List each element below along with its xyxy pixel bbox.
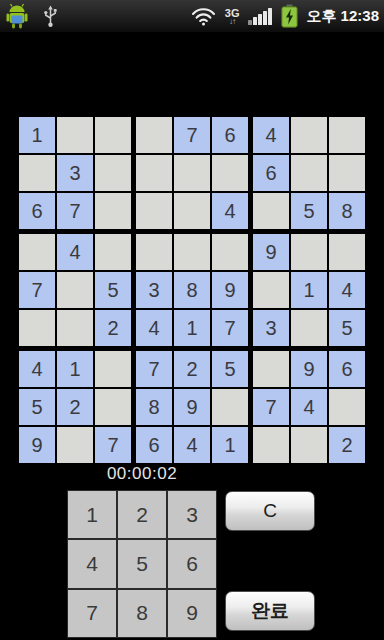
cell-r7c8[interactable]: 9 (291, 351, 327, 387)
cell-r3c1[interactable]: 6 (19, 193, 55, 229)
cell-r5c4[interactable]: 3 (136, 272, 172, 308)
sudoku-box-4: 4752 (19, 234, 131, 346)
usb-icon (43, 5, 58, 28)
cell-r3c2[interactable]: 7 (57, 193, 93, 229)
cell-r3c5[interactable] (174, 193, 210, 229)
sudoku-box-3: 4658 (253, 117, 365, 229)
cell-r7c6[interactable]: 5 (212, 351, 248, 387)
cell-r4c1[interactable] (19, 234, 55, 270)
cell-r5c8[interactable]: 1 (291, 272, 327, 308)
clear-button[interactable]: C (225, 491, 315, 531)
phone-screen: 3G ↓↑ 오후 12:38 1367764465847523894179143… (0, 0, 384, 640)
key-9[interactable]: 9 (168, 590, 216, 637)
cell-r4c6[interactable] (212, 234, 248, 270)
sudoku-box-1: 1367 (19, 117, 131, 229)
cell-r9c6[interactable]: 1 (212, 427, 248, 463)
done-button[interactable]: 완료 (225, 591, 315, 631)
sudoku-box-7: 415297 (19, 351, 131, 463)
cell-r1c6[interactable]: 6 (212, 117, 248, 153)
key-8[interactable]: 8 (118, 590, 166, 637)
cell-r7c2[interactable]: 1 (57, 351, 93, 387)
network-3g-icon: 3G ↓↑ (225, 8, 240, 26)
number-pad: 123456789 (67, 490, 217, 638)
sudoku-box-8: 72589641 (136, 351, 248, 463)
cell-r8c2[interactable]: 2 (57, 389, 93, 425)
cell-r4c9[interactable] (329, 234, 365, 270)
cell-r6c4[interactable]: 4 (136, 310, 172, 346)
network-updown-arrows: ↓↑ (229, 18, 235, 26)
sudoku-box-2: 764 (136, 117, 248, 229)
cell-r5c7[interactable] (253, 272, 289, 308)
cell-r5c1[interactable]: 7 (19, 272, 55, 308)
cell-r1c1[interactable]: 1 (19, 117, 55, 153)
cell-r7c7[interactable] (253, 351, 289, 387)
cell-r9c4[interactable]: 6 (136, 427, 172, 463)
cell-r5c2[interactable] (57, 272, 93, 308)
cell-r7c1[interactable]: 4 (19, 351, 55, 387)
cell-r6c2[interactable] (57, 310, 93, 346)
cell-r1c2[interactable] (57, 117, 93, 153)
cell-r1c8[interactable] (291, 117, 327, 153)
cell-r2c7[interactable]: 6 (253, 155, 289, 191)
cell-r8c1[interactable]: 5 (19, 389, 55, 425)
cell-r2c8[interactable] (291, 155, 327, 191)
cell-r9c1[interactable]: 9 (19, 427, 55, 463)
cell-r9c9[interactable]: 2 (329, 427, 365, 463)
sudoku-box-6: 91435 (253, 234, 365, 346)
cell-r8c4[interactable]: 8 (136, 389, 172, 425)
cell-r8c5[interactable]: 9 (174, 389, 210, 425)
cell-r2c1[interactable] (19, 155, 55, 191)
cell-r5c6[interactable]: 9 (212, 272, 248, 308)
cell-r3c4[interactable] (136, 193, 172, 229)
cell-r3c6[interactable]: 4 (212, 193, 248, 229)
cell-r4c3[interactable] (95, 234, 131, 270)
cell-r7c5[interactable]: 2 (174, 351, 210, 387)
android-debug-icon (5, 3, 29, 29)
cell-r7c4[interactable]: 7 (136, 351, 172, 387)
cell-r8c8[interactable]: 4 (291, 389, 327, 425)
cell-r3c9[interactable]: 8 (329, 193, 365, 229)
cell-r6c1[interactable] (19, 310, 55, 346)
cell-r1c9[interactable] (329, 117, 365, 153)
key-2[interactable]: 2 (118, 491, 166, 538)
cell-r2c3[interactable] (95, 155, 131, 191)
cell-r5c3[interactable]: 5 (95, 272, 131, 308)
cell-r9c7[interactable] (253, 427, 289, 463)
cell-r9c5[interactable]: 4 (174, 427, 210, 463)
key-7[interactable]: 7 (68, 590, 116, 637)
cell-r5c9[interactable]: 4 (329, 272, 365, 308)
key-4[interactable]: 4 (68, 540, 116, 587)
cell-r4c8[interactable] (291, 234, 327, 270)
cell-r6c9[interactable]: 5 (329, 310, 365, 346)
cell-r3c7[interactable] (253, 193, 289, 229)
cell-r6c8[interactable] (291, 310, 327, 346)
key-6[interactable]: 6 (168, 540, 216, 587)
cell-r4c5[interactable] (174, 234, 210, 270)
cell-r7c9[interactable]: 6 (329, 351, 365, 387)
cell-r4c7[interactable]: 9 (253, 234, 289, 270)
cell-r8c7[interactable]: 7 (253, 389, 289, 425)
cell-r6c3[interactable]: 2 (95, 310, 131, 346)
cell-r7c3[interactable] (95, 351, 131, 387)
cell-r9c3[interactable]: 7 (95, 427, 131, 463)
cell-r2c9[interactable] (329, 155, 365, 191)
cell-r1c3[interactable] (95, 117, 131, 153)
cell-r9c8[interactable] (291, 427, 327, 463)
cell-r8c6[interactable] (212, 389, 248, 425)
key-5[interactable]: 5 (118, 540, 166, 587)
cell-r1c5[interactable]: 7 (174, 117, 210, 153)
cell-r2c4[interactable] (136, 155, 172, 191)
cell-r9c2[interactable] (57, 427, 93, 463)
sudoku-board: 1367764465847523894179143541529772589641… (19, 117, 365, 463)
cell-r4c4[interactable] (136, 234, 172, 270)
cell-r6c5[interactable]: 1 (174, 310, 210, 346)
cell-r8c3[interactable] (95, 389, 131, 425)
cell-r3c8[interactable]: 5 (291, 193, 327, 229)
cell-r3c3[interactable] (95, 193, 131, 229)
cell-r6c6[interactable]: 7 (212, 310, 248, 346)
cell-r4c2[interactable]: 4 (57, 234, 93, 270)
cell-r1c7[interactable]: 4 (253, 117, 289, 153)
status-clock: 오후 12:38 (306, 7, 379, 26)
wifi-icon (191, 7, 216, 26)
cell-r2c2[interactable]: 3 (57, 155, 93, 191)
sudoku-box-9: 96742 (253, 351, 365, 463)
battery-charging-icon (281, 4, 298, 28)
cell-r6c7[interactable]: 3 (253, 310, 289, 346)
cell-r2c6[interactable] (212, 155, 248, 191)
cell-r1c4[interactable] (136, 117, 172, 153)
key-1[interactable]: 1 (68, 491, 116, 538)
cell-r2c5[interactable] (174, 155, 210, 191)
key-3[interactable]: 3 (168, 491, 216, 538)
game-timer: 00:00:02 (67, 464, 217, 484)
signal-strength-icon (248, 8, 272, 25)
cell-r5c5[interactable]: 8 (174, 272, 210, 308)
status-bar: 3G ↓↑ 오후 12:38 (0, 0, 384, 32)
sudoku-box-5: 389417 (136, 234, 248, 346)
cell-r8c9[interactable] (329, 389, 365, 425)
